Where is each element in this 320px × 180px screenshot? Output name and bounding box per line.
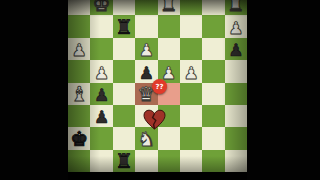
square[interactable]: [90, 15, 112, 37]
square[interactable]: [90, 127, 112, 149]
piece-black-pawn[interactable]: ♟: [90, 105, 112, 127]
square[interactable]: ♟: [180, 60, 202, 82]
piece-white-pawn[interactable]: ♟: [180, 60, 202, 82]
square[interactable]: [202, 38, 224, 60]
piece-white-pawn[interactable]: ♟: [68, 38, 90, 60]
piece-white-pawn[interactable]: ♟: [90, 60, 112, 82]
letterbox-bar-left: [0, 0, 68, 180]
square[interactable]: [113, 127, 135, 149]
piece-black-pawn[interactable]: ♟: [135, 60, 157, 82]
square[interactable]: [202, 60, 224, 82]
square[interactable]: [68, 150, 90, 172]
piece-white-pawn[interactable]: ♟: [135, 38, 157, 60]
piece-white-pawn[interactable]: ♟: [225, 15, 247, 37]
letterbox-bar-right: [247, 0, 320, 180]
square[interactable]: [202, 150, 224, 172]
square[interactable]: [113, 60, 135, 82]
square[interactable]: ♟: [135, 38, 157, 60]
square[interactable]: ♟: [135, 60, 157, 82]
square[interactable]: [68, 0, 90, 15]
square[interactable]: ♚: [68, 127, 90, 149]
square[interactable]: ♝: [68, 83, 90, 105]
square[interactable]: ♜: [113, 15, 135, 37]
square[interactable]: [135, 0, 157, 15]
piece-white-bishop[interactable]: ♝: [68, 83, 90, 105]
square[interactable]: [225, 150, 247, 172]
square[interactable]: ♚: [90, 0, 112, 15]
square[interactable]: ♟: [225, 38, 247, 60]
square[interactable]: [202, 127, 224, 149]
square[interactable]: [180, 127, 202, 149]
blunder-badge: ??: [152, 79, 167, 94]
square[interactable]: [68, 15, 90, 37]
square[interactable]: [180, 15, 202, 37]
piece-white-rook[interactable]: ♜: [225, 0, 247, 15]
piece-black-pawn[interactable]: ♟: [225, 38, 247, 60]
square[interactable]: [225, 60, 247, 82]
blunder-badge-label: ??: [155, 83, 163, 91]
piece-white-rook[interactable]: ♜: [158, 0, 180, 15]
square[interactable]: ♜: [113, 150, 135, 172]
square[interactable]: [90, 38, 112, 60]
square[interactable]: ♟: [90, 105, 112, 127]
square[interactable]: ♟: [68, 38, 90, 60]
piece-black-king[interactable]: ♚: [68, 127, 90, 149]
square[interactable]: [135, 150, 157, 172]
square[interactable]: [225, 83, 247, 105]
piece-black-pawn[interactable]: ♟: [90, 83, 112, 105]
square[interactable]: [202, 0, 224, 15]
square[interactable]: [113, 0, 135, 15]
square[interactable]: [225, 105, 247, 127]
square[interactable]: [180, 38, 202, 60]
square[interactable]: [202, 83, 224, 105]
piece-white-king[interactable]: ♚: [90, 0, 112, 15]
square[interactable]: [158, 38, 180, 60]
square[interactable]: [180, 105, 202, 127]
square[interactable]: [113, 38, 135, 60]
square[interactable]: ♜: [225, 0, 247, 15]
square[interactable]: ♟: [90, 60, 112, 82]
square[interactable]: [225, 127, 247, 149]
square[interactable]: [68, 105, 90, 127]
square[interactable]: [202, 15, 224, 37]
square[interactable]: ♟: [90, 83, 112, 105]
square[interactable]: ♜: [158, 0, 180, 15]
broken-heart-icon: [143, 109, 166, 131]
square[interactable]: ♟: [225, 15, 247, 37]
square[interactable]: [68, 60, 90, 82]
square[interactable]: [135, 15, 157, 37]
video-frame: ♚♜♜♜♟♟♟♟♟♟♟♟♝♟♛♟♚♞♜ ??: [0, 0, 320, 180]
square[interactable]: [180, 150, 202, 172]
piece-black-rook[interactable]: ♜: [113, 15, 135, 37]
square[interactable]: [202, 105, 224, 127]
square[interactable]: [158, 150, 180, 172]
square[interactable]: [158, 15, 180, 37]
square[interactable]: [113, 105, 135, 127]
square[interactable]: [90, 150, 112, 172]
square[interactable]: [180, 83, 202, 105]
piece-black-rook[interactable]: ♜: [113, 150, 135, 172]
square[interactable]: [180, 0, 202, 15]
square[interactable]: [113, 83, 135, 105]
